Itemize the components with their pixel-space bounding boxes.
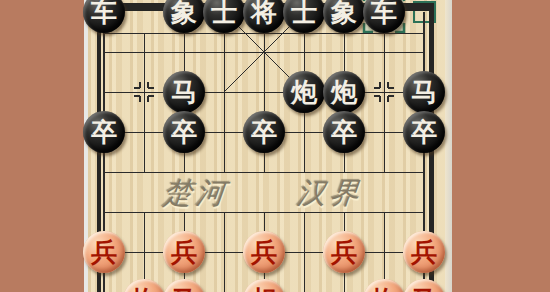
piece-black-soldier[interactable]: 卒: [163, 111, 205, 153]
piece-black-cannon[interactable]: 炮: [323, 71, 365, 113]
piece-red-horse[interactable]: 马: [163, 279, 205, 292]
piece-black-elephant[interactable]: 象: [323, 0, 365, 33]
piece-red-soldier[interactable]: 兵: [403, 231, 445, 273]
piece-red-horse[interactable]: 马: [403, 279, 445, 292]
piece-black-horse[interactable]: 马: [403, 71, 445, 113]
xiangqi-app: 楚河 汉界 车象士将士象车马炮炮马卒卒卒卒卒兵兵兵兵兵炮马相炮马: [0, 0, 550, 292]
piece-red-soldier[interactable]: 兵: [243, 231, 285, 273]
piece-red-soldier[interactable]: 兵: [163, 231, 205, 273]
piece-black-general[interactable]: 将: [243, 0, 285, 33]
piece-black-chariot[interactable]: 车: [363, 0, 405, 33]
piece-black-horse[interactable]: 马: [163, 71, 205, 113]
piece-black-advisor[interactable]: 士: [203, 0, 245, 33]
piece-red-soldier[interactable]: 兵: [83, 231, 125, 273]
piece-grid[interactable]: 车象士将士象车马炮炮马卒卒卒卒卒兵兵兵兵兵炮马相炮马: [84, 0, 444, 292]
piece-black-advisor[interactable]: 士: [283, 0, 325, 33]
piece-red-elephant[interactable]: 相: [243, 279, 285, 292]
piece-black-soldier[interactable]: 卒: [83, 111, 125, 153]
piece-black-soldier[interactable]: 卒: [403, 111, 445, 153]
piece-black-soldier[interactable]: 卒: [323, 111, 365, 153]
piece-black-cannon[interactable]: 炮: [283, 71, 325, 113]
piece-black-soldier[interactable]: 卒: [243, 111, 285, 153]
piece-black-elephant[interactable]: 象: [163, 0, 205, 33]
piece-red-cannon[interactable]: 炮: [123, 279, 165, 292]
piece-red-cannon[interactable]: 炮: [363, 279, 405, 292]
piece-red-soldier[interactable]: 兵: [323, 231, 365, 273]
piece-black-chariot[interactable]: 车: [83, 0, 125, 33]
